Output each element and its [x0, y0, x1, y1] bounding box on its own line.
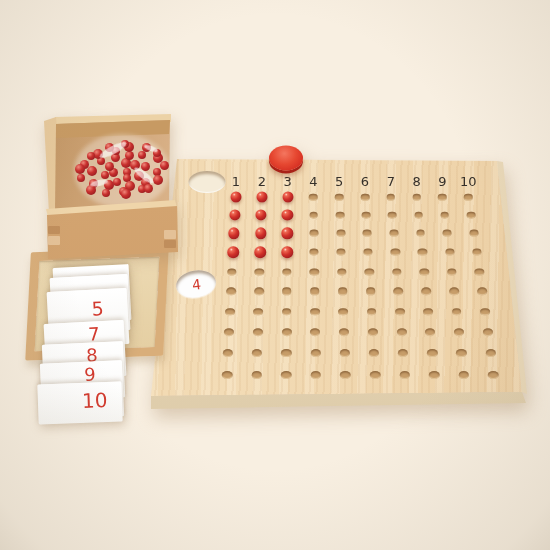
card-number: 5 [91, 299, 104, 319]
card-number: 7 [88, 325, 100, 344]
number-card-stack: 578910 [0, 0, 550, 550]
number-card[interactable]: 10 [37, 382, 122, 425]
card-number: 9 [84, 365, 96, 383]
photo-scene: 12345678910 4 578910 [0, 0, 550, 550]
card-number: 10 [82, 390, 108, 411]
